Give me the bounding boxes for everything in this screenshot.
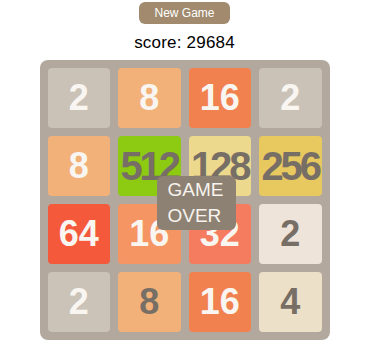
- score-label: score:: [134, 33, 182, 52]
- tile-r1c1: 2: [48, 68, 111, 128]
- game-over-line1: GAME: [168, 177, 236, 203]
- tile-r2c1: 8: [48, 136, 111, 196]
- tile-r4c2: 8: [118, 272, 181, 332]
- tile-r4c3: 16: [189, 272, 252, 332]
- score-line: score: 29684: [0, 33, 369, 53]
- board-wrap: 281628512128256641632228164 GAME OVER: [40, 60, 330, 340]
- tile-r2c4: 256: [259, 136, 322, 196]
- header: New Game: [0, 0, 369, 24]
- tile-r1c3: 16: [189, 68, 252, 128]
- score-value: 29684: [187, 33, 235, 52]
- game-over-overlay: GAME OVER: [157, 176, 236, 230]
- tile-r3c4: 2: [259, 204, 322, 264]
- tile-r4c1: 2: [48, 272, 111, 332]
- tile-r1c2: 8: [118, 68, 181, 128]
- tile-r3c1: 64: [48, 204, 111, 264]
- tile-r4c4: 4: [259, 272, 322, 332]
- new-game-button[interactable]: New Game: [139, 2, 229, 24]
- game-over-line2: OVER: [168, 203, 236, 229]
- page: New Game score: 29684 281628512128256641…: [0, 0, 369, 345]
- tile-r1c4: 2: [259, 68, 322, 128]
